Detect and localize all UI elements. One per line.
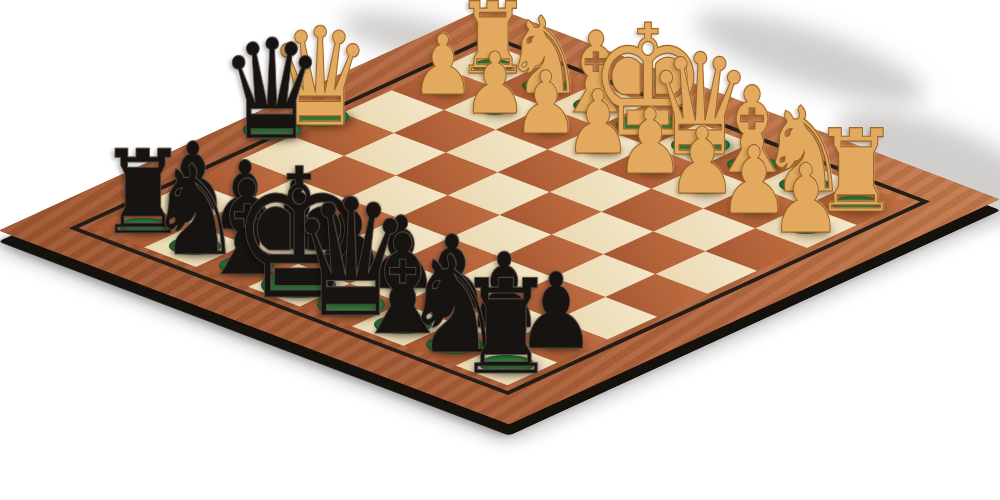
photo-stage: ♜♞♝♛♚♝♞♜♟♟♟♟♟♟♟♟♟♟♟♟♟♟♟♟♜♞♝♛♚♝♞♜♛♛ bbox=[0, 0, 1000, 500]
